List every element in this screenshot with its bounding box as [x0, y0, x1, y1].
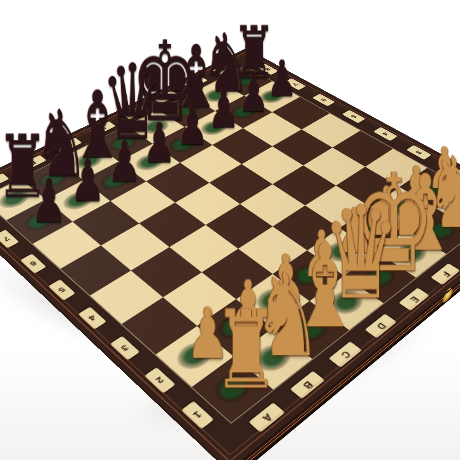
piece-black-pawn[interactable]: ♟ — [31, 174, 68, 229]
piece-black-pawn[interactable]: ♟ — [267, 56, 298, 102]
rank-label-5: 5 — [48, 279, 75, 300]
piece-black-pawn[interactable]: ♟ — [176, 102, 209, 152]
piece-black-pawn[interactable]: ♟ — [70, 155, 106, 209]
piece-black-pawn[interactable]: ♟ — [107, 136, 142, 188]
rank-label-4: 4 — [78, 307, 107, 330]
chess-set-photo: ♜♞♝♛♚♝♞♜♟♟♟♟♟♟♟♟♟♟♟♟♟♟♟♟♜♞♝♛♚♝♞♜ ABCDEFG… — [0, 0, 460, 460]
piece-white-rook[interactable]: ♜ — [214, 301, 280, 401]
piece-black-pawn[interactable]: ♟ — [208, 86, 240, 134]
rank-label-2: 2 — [144, 367, 175, 393]
board-frame: ♜♞♝♛♚♝♞♜♟♟♟♟♟♟♟♟♟♟♟♟♟♟♟♟♜♞♝♛♚♝♞♜ ABCDEFG… — [0, 49, 460, 460]
rank-label-1: 1 — [181, 401, 214, 429]
rank-label-7: 7 — [0, 230, 19, 249]
file-label-c: C — [328, 342, 361, 368]
rank-label-6: 6 — [20, 254, 46, 274]
piece-black-pawn[interactable]: ♟ — [143, 118, 177, 169]
rank-label-3: 3 — [110, 336, 140, 360]
perspective-scene: ♜♞♝♛♚♝♞♜♟♟♟♟♟♟♟♟♟♟♟♟♟♟♟♟♜♞♝♛♚♝♞♜ ABCDEFG… — [0, 0, 460, 460]
file-label-d: D — [364, 314, 396, 339]
rank-label-5: 5 — [342, 110, 366, 123]
squares: ♜♞♝♛♚♝♞♜♟♟♟♟♟♟♟♟♟♟♟♟♟♟♟♟♜♞♝♛♚♝♞♜ — [0, 66, 460, 422]
chess-board: ♜♞♝♛♚♝♞♜♟♟♟♟♟♟♟♟♟♟♟♟♟♟♟♟♜♞♝♛♚♝♞♜ ABCDEFG… — [0, 49, 460, 460]
piece-black-pawn[interactable]: ♟ — [238, 71, 269, 118]
rank-label-6: 6 — [312, 94, 335, 107]
file-label-e: E — [398, 288, 429, 311]
